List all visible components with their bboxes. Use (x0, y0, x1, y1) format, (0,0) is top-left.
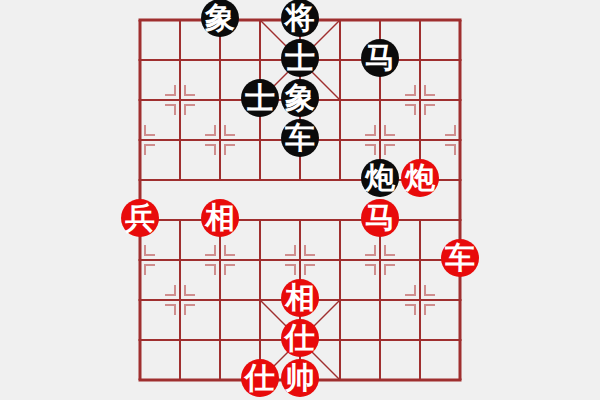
piece-red-advisor[interactable]: 仕 (241, 359, 279, 397)
xiangqi-board[interactable]: 象将士马士象车炮炮兵相马车相仕仕帅 (0, 0, 600, 400)
piece-black-general[interactable]: 将 (281, 0, 319, 37)
piece-red-elephant[interactable]: 相 (281, 279, 319, 317)
piece-red-cannon[interactable]: 炮 (401, 159, 439, 197)
piece-black-elephant[interactable]: 象 (281, 79, 319, 117)
piece-black-elephant[interactable]: 象 (201, 0, 239, 37)
piece-black-cannon[interactable]: 炮 (361, 159, 399, 197)
piece-red-elephant[interactable]: 相 (201, 199, 239, 237)
piece-black-advisor[interactable]: 士 (241, 79, 279, 117)
piece-red-chariot[interactable]: 车 (441, 239, 479, 277)
xiangqi-app: 象将士马士象车炮炮兵相马车相仕仕帅 (0, 0, 600, 400)
piece-red-pawn[interactable]: 兵 (121, 199, 159, 237)
pieces-layer: 象将士马士象车炮炮兵相马车相仕仕帅 (120, 0, 480, 400)
piece-black-chariot[interactable]: 车 (281, 119, 319, 157)
piece-black-horse[interactable]: 马 (361, 39, 399, 77)
piece-red-horse[interactable]: 马 (361, 199, 399, 237)
piece-red-advisor[interactable]: 仕 (281, 319, 319, 357)
piece-red-general[interactable]: 帅 (281, 359, 319, 397)
piece-black-advisor[interactable]: 士 (281, 39, 319, 77)
